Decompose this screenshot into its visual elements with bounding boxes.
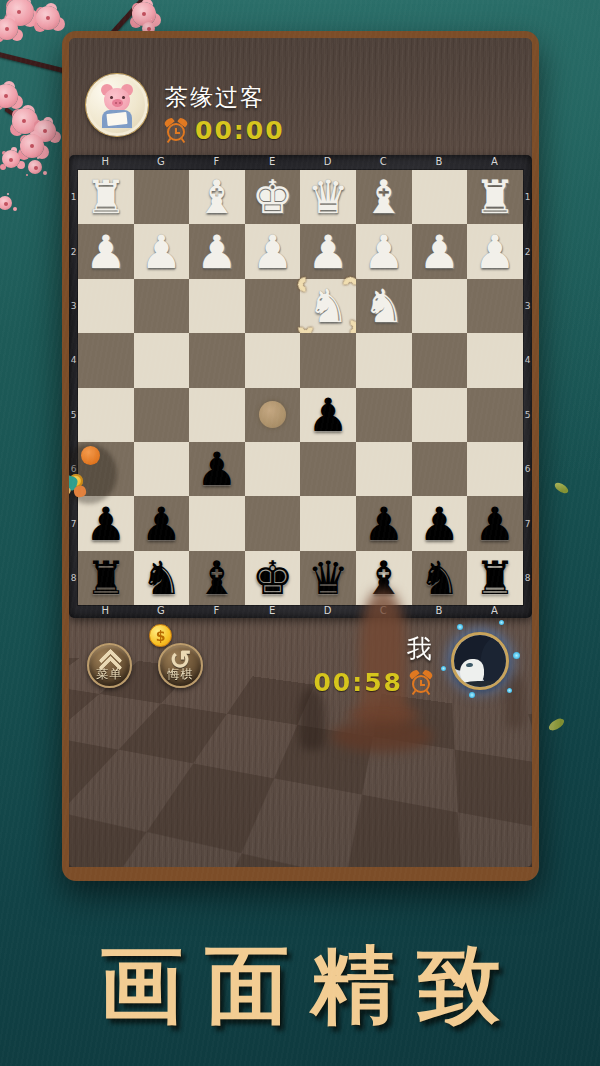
- square-d6[interactable]: [300, 442, 356, 496]
- coin-symbol: $: [156, 628, 166, 644]
- blossom: [0, 196, 12, 210]
- square-a4[interactable]: [467, 333, 523, 387]
- square-h7[interactable]: ♟: [78, 496, 134, 550]
- square-f2[interactable]: ♟: [189, 224, 245, 278]
- square-g4[interactable]: [134, 333, 190, 387]
- square-c5[interactable]: [356, 388, 412, 442]
- player-name: 我: [407, 632, 433, 665]
- blurred-piece-far: [505, 674, 525, 728]
- square-a6[interactable]: [467, 442, 523, 496]
- game-screen: 茶缘过客 00:00 HGFEDCBA HGFEDCBA 12345678 12…: [69, 38, 532, 867]
- square-d3[interactable]: ♞: [300, 279, 356, 333]
- square-e4[interactable]: [245, 333, 301, 387]
- square-f7[interactable]: [189, 496, 245, 550]
- file-labels-top: HGFEDCBA: [78, 156, 523, 169]
- black-pawn: ♟: [134, 496, 190, 550]
- coord-label: 6: [69, 442, 78, 496]
- blossom: [6, 0, 34, 26]
- caption-text: 画面精致: [0, 933, 600, 1038]
- square-e2[interactable]: ♟: [245, 224, 301, 278]
- coord-label: F: [189, 156, 245, 169]
- square-f1[interactable]: ♝: [189, 170, 245, 224]
- square-b1[interactable]: [412, 170, 468, 224]
- square-a5[interactable]: [467, 388, 523, 442]
- square-a2[interactable]: ♟: [467, 224, 523, 278]
- white-pawn: ♟: [412, 224, 468, 278]
- square-g8[interactable]: ♞: [134, 551, 190, 605]
- coord-label: C: [356, 156, 412, 169]
- white-pawn: ♟: [134, 224, 190, 278]
- blossom: [132, 2, 156, 26]
- blossom: [28, 160, 42, 174]
- black-knight: ♞: [412, 551, 468, 605]
- square-d4[interactable]: [300, 333, 356, 387]
- square-g2[interactable]: ♟: [134, 224, 190, 278]
- coord-label: E: [245, 605, 301, 618]
- coord-label: 4: [69, 333, 78, 387]
- square-g6[interactable]: [134, 442, 190, 496]
- square-g7[interactable]: ♟: [134, 496, 190, 550]
- menu-button-label: 菜单: [89, 666, 130, 683]
- phone-frame: 茶缘过客 00:00 HGFEDCBA HGFEDCBA 12345678 12…: [62, 31, 539, 881]
- blue-sparkle: [457, 624, 463, 630]
- square-e6[interactable]: [245, 442, 301, 496]
- square-f8[interactable]: ♝: [189, 551, 245, 605]
- square-f3[interactable]: [189, 279, 245, 333]
- coord-label: G: [134, 605, 190, 618]
- black-pawn: ♟: [356, 496, 412, 550]
- coord-label: H: [78, 605, 134, 618]
- coord-label: 5: [523, 388, 532, 442]
- branch: [4, 107, 42, 133]
- pig-paper: [106, 112, 127, 126]
- coord-label: G: [134, 156, 190, 169]
- black-pawn: ♟: [78, 496, 134, 550]
- pig-eye: [122, 96, 125, 99]
- player-avatar[interactable]: [451, 632, 509, 690]
- white-pawn: ♟: [467, 224, 523, 278]
- square-f4[interactable]: [189, 333, 245, 387]
- black-bishop: ♝: [189, 551, 245, 605]
- square-d2[interactable]: ♟: [300, 224, 356, 278]
- square-c7[interactable]: ♟: [356, 496, 412, 550]
- undo-button[interactable]: ↺ 悔棋: [158, 643, 203, 688]
- background-scene: [69, 658, 532, 867]
- file-labels-bottom: HGFEDCBA: [78, 605, 523, 618]
- white-bishop: ♝: [356, 170, 412, 224]
- coord-label: 8: [523, 551, 532, 605]
- square-b3[interactable]: [412, 279, 468, 333]
- white-pawn: ♟: [300, 224, 356, 278]
- square-h4[interactable]: [78, 333, 134, 387]
- perspective-checkerboard: [69, 658, 532, 867]
- square-d5[interactable]: ♟: [300, 388, 356, 442]
- blossom: [20, 134, 44, 158]
- square-b7[interactable]: ♟: [412, 496, 468, 550]
- coord-label: A: [467, 156, 523, 169]
- square-c3[interactable]: ♞: [356, 279, 412, 333]
- square-a8[interactable]: ♜: [467, 551, 523, 605]
- undo-button-label: 悔棋: [160, 666, 201, 683]
- square-h1[interactable]: ♜: [78, 170, 134, 224]
- coord-label: 4: [523, 333, 532, 387]
- chess-board: HGFEDCBA HGFEDCBA 12345678 12345678 ♜♝♚♛…: [69, 155, 532, 618]
- square-e8[interactable]: ♚: [245, 551, 301, 605]
- coord-label: 7: [69, 496, 78, 550]
- blurred-piece-base: [331, 720, 433, 752]
- black-queen: ♛: [300, 551, 356, 605]
- leaf-decoration: [547, 717, 566, 732]
- alarm-clock-icon: [410, 670, 433, 695]
- square-h8[interactable]: ♜: [78, 551, 134, 605]
- blossom: [34, 120, 56, 142]
- coord-label: 1: [523, 170, 532, 224]
- square-e3[interactable]: [245, 279, 301, 333]
- coord-label: D: [300, 156, 356, 169]
- white-bishop: ♝: [189, 170, 245, 224]
- white-pawn: ♟: [245, 224, 301, 278]
- square-h2[interactable]: ♟: [78, 224, 134, 278]
- square-h6[interactable]: [78, 442, 134, 496]
- white-king: ♚: [245, 170, 301, 224]
- black-pawn: ♟: [412, 496, 468, 550]
- rank-labels-left: 12345678: [69, 170, 78, 605]
- square-b8[interactable]: ♞: [412, 551, 468, 605]
- blossom: [0, 18, 18, 40]
- blue-sparkle: [499, 620, 504, 625]
- coord-label: 3: [69, 279, 78, 333]
- opponent-avatar[interactable]: [86, 74, 148, 136]
- square-b5[interactable]: [412, 388, 468, 442]
- square-g1[interactable]: [134, 170, 190, 224]
- blurred-piece-far: [299, 688, 325, 750]
- black-rook: ♜: [467, 551, 523, 605]
- square-d8[interactable]: ♛: [300, 551, 356, 605]
- coord-label: 3: [523, 279, 532, 333]
- square-c4[interactable]: [356, 333, 412, 387]
- square-g3[interactable]: [134, 279, 190, 333]
- menu-button[interactable]: 菜单: [87, 643, 132, 688]
- coord-label: 1: [69, 170, 78, 224]
- coord-label: 6: [523, 442, 532, 496]
- square-b2[interactable]: ♟: [412, 224, 468, 278]
- square-a7[interactable]: ♟: [467, 496, 523, 550]
- square-e7[interactable]: [245, 496, 301, 550]
- black-knight: ♞: [134, 551, 190, 605]
- last-move-from-dot: [259, 401, 286, 428]
- coord-label: 8: [69, 551, 78, 605]
- pig-snout: [112, 99, 123, 107]
- white-rook: ♜: [467, 170, 523, 224]
- white-queen: ♛: [300, 170, 356, 224]
- alarm-clock-icon: [165, 118, 188, 143]
- coord-label: H: [78, 156, 134, 169]
- square-b6[interactable]: [412, 442, 468, 496]
- square-f6[interactable]: ♟: [189, 442, 245, 496]
- square-c6[interactable]: [356, 442, 412, 496]
- white-pawn: ♟: [189, 224, 245, 278]
- player-timer: 00:58: [313, 668, 433, 697]
- black-pawn: ♟: [189, 442, 245, 496]
- black-rook: ♜: [78, 551, 134, 605]
- coord-label: E: [245, 156, 301, 169]
- black-pawn: ♟: [467, 496, 523, 550]
- square-d7[interactable]: [300, 496, 356, 550]
- square-c2[interactable]: ♟: [356, 224, 412, 278]
- square-e1[interactable]: ♚: [245, 170, 301, 224]
- opponent-timer-text: 00:00: [195, 116, 285, 145]
- coord-label: A: [467, 605, 523, 618]
- opponent-timer: 00:00: [165, 116, 285, 145]
- black-pawn: ♟: [300, 388, 356, 442]
- blossom: [0, 84, 18, 108]
- coord-label: 2: [69, 224, 78, 278]
- coord-label: D: [300, 605, 356, 618]
- square-d1[interactable]: ♛: [300, 170, 356, 224]
- square-h5[interactable]: [78, 388, 134, 442]
- square-g5[interactable]: [134, 388, 190, 442]
- blossom: [12, 108, 38, 134]
- coord-label: 7: [523, 496, 532, 550]
- board-grid[interactable]: ♜♝♚♛♝♜♟♟♟♟♟♟♟♟♞♞♟♟♟♟♟♟♟♜♞♝♚♛♝♞♜: [78, 170, 523, 605]
- square-h3[interactable]: [78, 279, 134, 333]
- branch: [0, 51, 68, 74]
- square-e5[interactable]: [245, 388, 301, 442]
- pig-eye: [110, 96, 113, 99]
- blossom: [2, 150, 20, 168]
- square-f5[interactable]: [189, 388, 245, 442]
- white-rook: ♜: [78, 170, 134, 224]
- coord-label: F: [189, 605, 245, 618]
- gold-coin-icon: $: [149, 624, 172, 647]
- player-timer-text: 00:58: [313, 668, 403, 697]
- square-c1[interactable]: ♝: [356, 170, 412, 224]
- square-b4[interactable]: [412, 333, 468, 387]
- square-a1[interactable]: ♜: [467, 170, 523, 224]
- leaf-decoration: [553, 480, 570, 496]
- opponent-name: 茶缘过客: [165, 82, 265, 113]
- white-pawn: ♟: [78, 224, 134, 278]
- rank-labels-right: 12345678: [523, 170, 532, 605]
- black-king: ♚: [245, 551, 301, 605]
- coord-label: 5: [69, 388, 78, 442]
- coord-label: 2: [523, 224, 532, 278]
- square-a3[interactable]: [467, 279, 523, 333]
- coord-label: B: [412, 156, 468, 169]
- white-knight: ♞: [356, 279, 412, 333]
- blossom: [36, 6, 60, 30]
- coord-label: B: [412, 605, 468, 618]
- white-pawn: ♟: [356, 224, 412, 278]
